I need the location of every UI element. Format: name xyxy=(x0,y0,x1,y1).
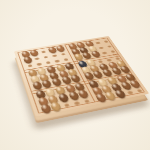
engraved-number: 2 xyxy=(113,75,121,78)
marble-wood[interactable] xyxy=(119,65,131,74)
engraved-number: 2 xyxy=(111,53,118,55)
marble-wood[interactable] xyxy=(64,84,76,94)
marble-wood[interactable] xyxy=(115,74,128,83)
marble-wood[interactable] xyxy=(55,86,67,96)
pit-empty[interactable] xyxy=(84,99,90,103)
board: 22 xyxy=(14,36,150,117)
marble-wood[interactable] xyxy=(104,91,117,101)
marble-wood[interactable] xyxy=(50,101,62,112)
marble-wood[interactable] xyxy=(128,79,141,88)
marble-wood[interactable] xyxy=(97,78,109,87)
marble-wood[interactable] xyxy=(77,89,89,99)
marble-wood[interactable] xyxy=(106,76,119,85)
marble-wood[interactable] xyxy=(39,73,50,82)
pit-empty[interactable] xyxy=(127,91,133,95)
marble-wood[interactable] xyxy=(29,75,40,84)
marble-wood[interactable] xyxy=(110,83,123,93)
marble-wood[interactable] xyxy=(67,91,79,101)
marble-wood[interactable] xyxy=(40,103,52,114)
marble-wood[interactable] xyxy=(41,79,52,88)
marble-wood[interactable] xyxy=(87,80,99,89)
marble-wood[interactable] xyxy=(61,76,73,85)
marble-wood[interactable] xyxy=(45,88,57,98)
marble-wood[interactable] xyxy=(119,81,132,91)
marble-wood[interactable] xyxy=(83,72,95,81)
marble-wood[interactable] xyxy=(91,86,104,96)
engraved-divider-horizontal-2 xyxy=(32,73,133,95)
marble-wood[interactable] xyxy=(74,82,86,92)
pit-empty[interactable] xyxy=(64,103,70,107)
pit-empty[interactable] xyxy=(137,89,143,93)
marble-wood[interactable] xyxy=(58,70,69,79)
marble-wood[interactable] xyxy=(48,71,59,80)
photo-scene: 22 xyxy=(0,0,150,150)
marble-wood[interactable] xyxy=(51,77,62,86)
marble-wood[interactable] xyxy=(35,89,47,99)
marble-wood[interactable] xyxy=(114,89,127,99)
pit-empty[interactable] xyxy=(74,101,80,105)
marble-wood[interactable] xyxy=(95,93,108,103)
marble-wood[interactable] xyxy=(37,96,49,107)
marble-wood[interactable] xyxy=(32,81,43,91)
marble-wood[interactable] xyxy=(92,70,104,79)
marble-wood[interactable] xyxy=(100,84,113,94)
marble-wood[interactable] xyxy=(70,74,82,83)
marble-wood[interactable] xyxy=(124,73,137,82)
marble-wood[interactable] xyxy=(57,92,69,102)
marble-wood[interactable] xyxy=(47,94,59,104)
